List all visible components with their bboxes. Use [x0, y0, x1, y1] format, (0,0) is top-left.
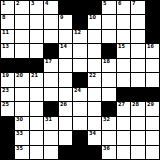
cell-r9c11[interactable] [146, 117, 159, 130]
cell-r3c10[interactable] [131, 30, 144, 43]
cell-r1c9[interactable]: 6 [117, 1, 130, 14]
cell-r11c8[interactable]: 36 [102, 146, 115, 159]
cell-r3c5[interactable] [59, 30, 72, 43]
cell-r7c2[interactable] [15, 88, 28, 101]
block-r1c7 [88, 1, 101, 14]
block-r11c6 [73, 146, 86, 159]
cell-r7c6[interactable]: 24 [73, 88, 86, 101]
clue-number: 24 [74, 88, 81, 93]
block-r9c1 [1, 117, 14, 130]
cell-r6c3[interactable]: 21 [30, 73, 43, 86]
clue-number: 11 [2, 30, 9, 35]
cell-r6c9[interactable] [117, 73, 130, 86]
cell-r10c5[interactable] [59, 131, 72, 144]
cell-r10c8[interactable] [102, 131, 115, 144]
block-r7c9 [117, 88, 130, 101]
cell-r8c10[interactable]: 28 [131, 102, 144, 115]
cell-r2c1[interactable]: 8 [1, 15, 14, 28]
block-r7c11 [146, 88, 159, 101]
block-r6c6 [73, 73, 86, 86]
cell-r2c2[interactable] [15, 15, 28, 28]
clue-number: 30 [16, 117, 23, 122]
clue-number: 34 [89, 131, 96, 136]
cell-r2c4[interactable] [44, 15, 57, 28]
clue-number: 8 [2, 15, 5, 20]
cell-r8c11[interactable]: 29 [146, 102, 159, 115]
clue-number: 36 [103, 146, 110, 151]
cell-r7c1[interactable]: 23 [1, 88, 14, 101]
clue-number: 17 [45, 59, 52, 64]
cell-r11c10[interactable] [131, 146, 144, 159]
cell-r5c5[interactable] [59, 59, 72, 72]
cell-r2c3[interactable] [30, 15, 43, 28]
cell-r8c9[interactable]: 27 [117, 102, 130, 115]
cell-r4c6[interactable] [73, 44, 86, 57]
cell-r1c2[interactable]: 2 [15, 1, 28, 14]
cell-r1c10[interactable]: 7 [131, 1, 144, 14]
block-r7c10 [131, 88, 144, 101]
cell-r1c8[interactable]: 5 [102, 1, 115, 14]
cell-r8c5[interactable]: 26 [59, 102, 72, 115]
cell-r3c6[interactable]: 12 [73, 30, 86, 43]
cell-r6c2[interactable]: 20 [15, 73, 28, 86]
cell-r9c8[interactable]: 32 [102, 117, 115, 130]
clue-number: 25 [2, 102, 9, 107]
cell-r2c8[interactable] [102, 15, 115, 28]
cell-r8c1[interactable]: 25 [1, 102, 14, 115]
cell-r8c2[interactable] [15, 102, 28, 115]
cell-r8c3[interactable] [30, 102, 43, 115]
cell-r5c8[interactable]: 18 [102, 59, 115, 72]
clue-number: 20 [16, 73, 23, 78]
clue-number: 27 [118, 102, 125, 107]
cell-r4c3[interactable] [30, 44, 43, 57]
cell-r5c7[interactable] [88, 59, 101, 72]
cell-r7c5[interactable] [59, 88, 72, 101]
cell-r8c6[interactable] [73, 102, 86, 115]
cell-r2c5[interactable]: 9 [59, 15, 72, 28]
cell-r4c5[interactable]: 14 [59, 44, 72, 57]
block-r5c1 [1, 59, 14, 72]
cell-r6c8[interactable] [102, 73, 115, 86]
clue-number: 31 [45, 117, 52, 122]
cell-r6c4[interactable] [44, 73, 57, 86]
cell-r4c2[interactable] [15, 44, 28, 57]
cell-r9c3[interactable] [30, 117, 43, 130]
cell-r9c9[interactable] [117, 117, 130, 130]
cell-r3c2[interactable] [15, 30, 28, 43]
cell-r11c4[interactable] [44, 146, 57, 159]
block-r11c5 [59, 146, 72, 159]
block-r5c3 [30, 59, 43, 72]
cell-r6c7[interactable]: 22 [88, 73, 101, 86]
block-r1c11 [146, 1, 159, 14]
cell-r7c8[interactable] [102, 88, 115, 101]
cell-r6c10[interactable] [131, 73, 144, 86]
block-r1c6 [73, 1, 86, 14]
block-r11c7 [88, 146, 101, 159]
cell-r11c9[interactable] [117, 146, 130, 159]
cell-r2c10[interactable] [131, 15, 144, 28]
clue-number: 6 [118, 1, 121, 6]
cell-r3c7[interactable] [88, 30, 101, 43]
cell-r3c8[interactable] [102, 30, 115, 43]
cell-r2c7[interactable]: 10 [88, 15, 101, 28]
cell-r11c2[interactable]: 35 [15, 146, 28, 159]
cell-r10c10[interactable] [131, 131, 144, 144]
cell-r7c7[interactable] [88, 88, 101, 101]
block-r8c8 [102, 102, 115, 115]
clue-number: 33 [16, 131, 23, 136]
clue-number: 4 [45, 1, 48, 6]
clue-number: 3 [31, 1, 34, 6]
clue-number: 7 [132, 1, 135, 6]
cell-r1c4[interactable]: 4 [44, 1, 57, 14]
cell-r4c7[interactable] [88, 44, 101, 57]
cell-r4c11[interactable]: 16 [146, 44, 159, 57]
clue-number: 26 [60, 102, 67, 107]
cell-r10c3[interactable] [30, 131, 43, 144]
cell-r10c11[interactable] [146, 131, 159, 144]
clue-number: 19 [2, 73, 9, 78]
clue-number: 23 [2, 88, 9, 93]
cell-r3c1[interactable]: 11 [1, 30, 14, 43]
cell-r9c10[interactable] [131, 117, 144, 130]
block-r10c6 [73, 131, 86, 144]
cell-r10c4[interactable] [44, 131, 57, 144]
clue-number: 35 [16, 146, 23, 151]
cell-r10c9[interactable] [117, 131, 130, 144]
cell-r6c11[interactable] [146, 73, 159, 86]
cell-r11c3[interactable] [30, 146, 43, 159]
clue-number: 29 [147, 102, 154, 107]
block-r4c4 [44, 44, 57, 57]
cell-r1c1[interactable]: 1 [1, 1, 14, 14]
cell-r11c11[interactable] [146, 146, 159, 159]
clue-number: 5 [103, 1, 106, 6]
cell-r7c4[interactable] [44, 88, 57, 101]
block-r10c1 [1, 131, 14, 144]
clue-number: 10 [89, 15, 96, 20]
block-r2c6 [73, 15, 86, 28]
cell-r6c5[interactable] [59, 73, 72, 86]
block-r2c11 [146, 15, 159, 28]
cell-r8c7[interactable] [88, 102, 101, 115]
cell-r3c9[interactable] [117, 30, 130, 43]
cell-r3c4[interactable] [44, 30, 57, 43]
cell-r4c1[interactable]: 13 [1, 44, 14, 57]
cell-r1c3[interactable]: 3 [30, 1, 43, 14]
cell-r5c6[interactable] [73, 59, 86, 72]
cell-r3c3[interactable] [30, 30, 43, 43]
block-r5c2 [15, 59, 28, 72]
clue-number: 2 [16, 1, 19, 6]
cell-r5c11[interactable] [146, 59, 159, 72]
cell-r5c10[interactable] [131, 59, 144, 72]
block-r8c4 [44, 102, 57, 115]
cell-r4c9[interactable]: 15 [117, 44, 130, 57]
crossword-grid: 1234567891011121314151617181920212223242… [0, 0, 160, 160]
cell-r5c9[interactable] [117, 59, 130, 72]
clue-number: 15 [118, 44, 125, 49]
clue-number: 14 [60, 44, 67, 49]
block-r4c8 [102, 44, 115, 57]
cell-r10c7[interactable]: 34 [88, 131, 101, 144]
cell-r9c4[interactable]: 31 [44, 117, 57, 130]
cell-r6c1[interactable]: 19 [1, 73, 14, 86]
clue-number: 16 [147, 44, 154, 49]
block-r1c5 [59, 1, 72, 14]
cell-r5c4[interactable]: 17 [44, 59, 57, 72]
clue-number: 32 [103, 117, 110, 122]
cell-r9c7[interactable] [88, 117, 101, 130]
cell-r10c2[interactable]: 33 [15, 131, 28, 144]
clue-number: 12 [74, 30, 81, 35]
clue-number: 1 [2, 1, 5, 6]
cell-r2c9[interactable] [117, 15, 130, 28]
block-r11c1 [1, 146, 14, 159]
cell-r9c6[interactable] [73, 117, 86, 130]
clue-number: 28 [132, 102, 139, 107]
clue-number: 22 [89, 73, 96, 78]
clue-number: 18 [103, 59, 110, 64]
cell-r9c5[interactable] [59, 117, 72, 130]
cell-r9c2[interactable]: 30 [15, 117, 28, 130]
block-r3c11 [146, 30, 159, 43]
cell-r4c10[interactable] [131, 44, 144, 57]
clue-number: 21 [31, 73, 38, 78]
clue-number: 9 [60, 15, 63, 20]
clue-number: 13 [2, 44, 9, 49]
cell-r7c3[interactable] [30, 88, 43, 101]
